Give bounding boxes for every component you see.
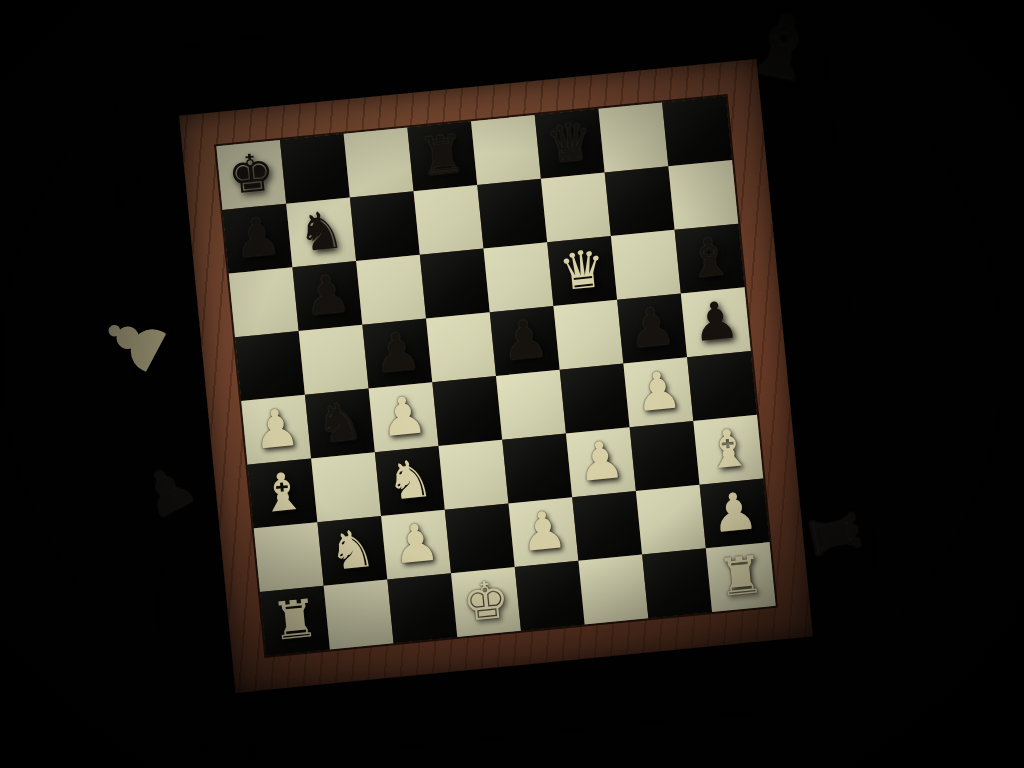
square-a8[interactable]: ♚: [216, 140, 286, 210]
square-d4[interactable]: [432, 376, 502, 446]
square-b3[interactable]: [311, 452, 381, 522]
square-c2[interactable]: ♟: [381, 510, 451, 580]
square-h4[interactable]: [687, 351, 757, 421]
piece-white-pawn-a4[interactable]: ♟: [241, 395, 311, 465]
piece-black-knight-b7[interactable]: ♞: [286, 197, 356, 267]
square-g4[interactable]: ♟: [623, 357, 693, 427]
square-d5[interactable]: [426, 312, 496, 382]
square-g1[interactable]: [642, 548, 712, 618]
captured-black-pawn: ♟: [131, 453, 204, 529]
square-d2[interactable]: [445, 503, 515, 573]
captured-black-bishop: ♝: [736, 0, 827, 96]
square-h8[interactable]: [662, 96, 732, 166]
square-d7[interactable]: [414, 185, 484, 255]
piece-white-pawn-c2[interactable]: ♟: [381, 510, 451, 580]
square-c5[interactable]: ♟: [362, 319, 432, 389]
captured-white-pawn: ♟: [87, 295, 182, 386]
piece-black-queen-f8[interactable]: ♛: [535, 109, 605, 179]
square-c7[interactable]: [350, 191, 420, 261]
piece-black-pawn-g5[interactable]: ♟: [617, 294, 687, 364]
square-g6[interactable]: [611, 230, 681, 300]
piece-white-bishop-a3[interactable]: ♝: [247, 458, 317, 528]
square-f1[interactable]: [578, 555, 648, 625]
piece-white-rook-a1[interactable]: ♜: [260, 586, 330, 656]
square-c6[interactable]: [356, 255, 426, 325]
piece-black-knight-b4[interactable]: ♞: [305, 388, 375, 458]
board-frame: ♚♜♛♟♞♟♛♝♟♟♟♟♟♞♟♟♝♞♟♝♞♟♟♟♜♚♜: [179, 59, 813, 693]
piece-white-pawn-g4[interactable]: ♟: [623, 357, 693, 427]
piece-white-queen-f6[interactable]: ♛: [547, 236, 617, 306]
square-b4[interactable]: ♞: [305, 388, 375, 458]
square-a7[interactable]: ♟: [222, 204, 292, 274]
square-e6[interactable]: [484, 242, 554, 312]
square-f3[interactable]: ♟: [566, 427, 636, 497]
square-f8[interactable]: ♛: [535, 109, 605, 179]
square-h5[interactable]: ♟: [681, 287, 751, 357]
captured-black-rook: ♜: [799, 501, 870, 567]
square-c4[interactable]: ♟: [369, 382, 439, 452]
square-h1[interactable]: ♜: [706, 542, 776, 612]
piece-white-pawn-c4[interactable]: ♟: [369, 382, 439, 452]
piece-white-knight-c3[interactable]: ♞: [375, 446, 445, 516]
piece-black-bishop-h6[interactable]: ♝: [675, 224, 745, 294]
square-a1[interactable]: ♜: [260, 586, 330, 656]
square-c1[interactable]: [387, 573, 457, 643]
square-a2[interactable]: [254, 522, 324, 592]
piece-black-pawn-e5[interactable]: ♟: [490, 306, 560, 376]
square-b8[interactable]: [280, 134, 350, 204]
chess-board[interactable]: ♚♜♛♟♞♟♛♝♟♟♟♟♟♞♟♟♝♞♟♝♞♟♟♟♜♚♜: [216, 96, 776, 656]
square-b5[interactable]: [299, 325, 369, 395]
square-g2[interactable]: [636, 485, 706, 555]
square-e8[interactable]: [471, 115, 541, 185]
piece-white-rook-h1[interactable]: ♜: [706, 542, 776, 612]
scene: ♚♜♛♟♞♟♛♝♟♟♟♟♟♞♟♟♝♞♟♝♞♟♟♟♜♚♜ ♝♜♟♟: [0, 0, 1024, 768]
piece-black-king-a8[interactable]: ♚: [216, 140, 286, 210]
square-f7[interactable]: [541, 172, 611, 242]
square-g3[interactable]: [630, 421, 700, 491]
square-f2[interactable]: [572, 491, 642, 561]
square-d1[interactable]: ♚: [451, 567, 521, 637]
square-e2[interactable]: ♟: [508, 497, 578, 567]
square-e3[interactable]: [502, 433, 572, 503]
square-e4[interactable]: [496, 370, 566, 440]
square-b7[interactable]: ♞: [286, 197, 356, 267]
square-h2[interactable]: ♟: [700, 478, 770, 548]
piece-white-pawn-h2[interactable]: ♟: [700, 478, 770, 548]
square-d6[interactable]: [420, 249, 490, 319]
piece-black-rook-d8[interactable]: ♜: [407, 121, 477, 191]
square-a4[interactable]: ♟: [241, 395, 311, 465]
square-h6[interactable]: ♝: [675, 224, 745, 294]
piece-black-pawn-b6[interactable]: ♟: [292, 261, 362, 331]
square-e7[interactable]: [477, 179, 547, 249]
square-b2[interactable]: ♞: [317, 516, 387, 586]
square-e1[interactable]: [515, 561, 585, 631]
square-a5[interactable]: [235, 331, 305, 401]
square-f4[interactable]: [560, 364, 630, 434]
square-d3[interactable]: [439, 440, 509, 510]
square-g5[interactable]: ♟: [617, 294, 687, 364]
piece-black-pawn-a7[interactable]: ♟: [222, 204, 292, 274]
square-f5[interactable]: [553, 300, 623, 370]
square-a6[interactable]: [229, 267, 299, 337]
piece-black-pawn-c5[interactable]: ♟: [362, 319, 432, 389]
square-b1[interactable]: [324, 580, 394, 650]
piece-white-knight-b2[interactable]: ♞: [317, 516, 387, 586]
piece-white-bishop-h3[interactable]: ♝: [693, 415, 763, 485]
square-h7[interactable]: [668, 160, 738, 230]
square-g8[interactable]: [598, 102, 668, 172]
square-c8[interactable]: [344, 127, 414, 197]
square-g7[interactable]: [605, 166, 675, 236]
piece-white-pawn-e2[interactable]: ♟: [508, 497, 578, 567]
piece-white-king-d1[interactable]: ♚: [451, 567, 521, 637]
square-e5[interactable]: ♟: [490, 306, 560, 376]
square-c3[interactable]: ♞: [375, 446, 445, 516]
square-a3[interactable]: ♝: [247, 458, 317, 528]
piece-white-pawn-f3[interactable]: ♟: [566, 427, 636, 497]
piece-black-pawn-h5[interactable]: ♟: [681, 287, 751, 357]
square-b6[interactable]: ♟: [292, 261, 362, 331]
square-d8[interactable]: ♜: [407, 121, 477, 191]
square-h3[interactable]: ♝: [693, 415, 763, 485]
square-f6[interactable]: ♛: [547, 236, 617, 306]
